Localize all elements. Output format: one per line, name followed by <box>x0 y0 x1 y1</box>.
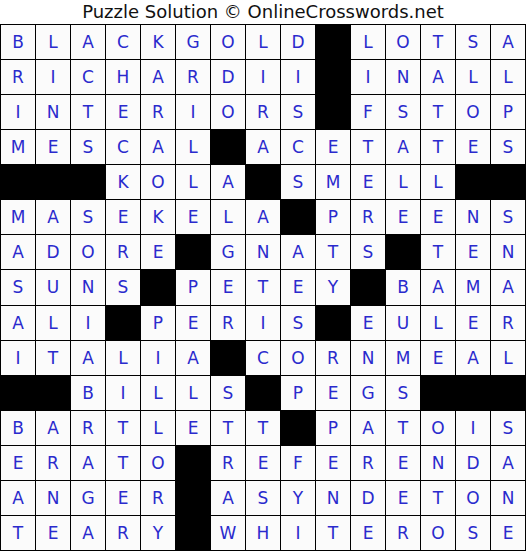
black-cell <box>386 235 420 269</box>
letter-cell: G <box>176 25 210 59</box>
letter-cell: L <box>106 341 140 375</box>
letter-cell: A <box>456 341 490 375</box>
letter-cell: D <box>456 446 490 480</box>
letter-cell: C <box>106 130 140 164</box>
letter-cell: L <box>36 306 70 340</box>
letter-cell: K <box>141 200 175 234</box>
letter-cell: T <box>316 235 350 269</box>
letter-cell: A <box>1 306 35 340</box>
letter-cell: W <box>211 516 245 550</box>
black-cell <box>316 306 350 340</box>
letter-cell: R <box>211 446 245 480</box>
black-cell <box>211 341 245 375</box>
letter-cell: G <box>211 235 245 269</box>
letter-cell: S <box>386 95 420 129</box>
letter-cell: B <box>71 376 105 410</box>
crossword-grid: BLACKGOLDLOTSARICHARDIIINALLINTERIORSFST… <box>0 24 526 551</box>
letter-cell: L <box>246 25 280 59</box>
letter-cell: F <box>351 95 385 129</box>
letter-cell: A <box>491 270 525 304</box>
letter-cell: R <box>106 235 140 269</box>
letter-cell: E <box>176 411 210 445</box>
letter-cell: A <box>141 130 175 164</box>
letter-cell: T <box>351 130 385 164</box>
letter-cell: S <box>211 376 245 410</box>
letter-cell: I <box>246 60 280 94</box>
letter-cell: A <box>1 481 35 515</box>
letter-cell: I <box>141 341 175 375</box>
letter-cell: I <box>36 60 70 94</box>
letter-cell: E <box>386 481 420 515</box>
letter-cell: L <box>176 165 210 199</box>
letter-cell: S <box>491 411 525 445</box>
black-cell <box>281 411 315 445</box>
black-cell <box>491 376 525 410</box>
letter-cell: T <box>386 411 420 445</box>
letter-cell: A <box>36 411 70 445</box>
letter-cell: E <box>106 200 140 234</box>
letter-cell: O <box>456 481 490 515</box>
letter-cell: R <box>71 411 105 445</box>
letter-cell: O <box>71 235 105 269</box>
black-cell <box>141 270 175 304</box>
letter-cell: M <box>386 341 420 375</box>
letter-cell: C <box>106 25 140 59</box>
letter-cell: P <box>491 95 525 129</box>
black-cell <box>176 235 210 269</box>
letter-cell: E <box>176 306 210 340</box>
letter-cell: P <box>176 270 210 304</box>
letter-cell: L <box>386 165 420 199</box>
black-cell <box>316 95 350 129</box>
letter-cell: N <box>491 481 525 515</box>
letter-cell: O <box>386 25 420 59</box>
letter-cell: H <box>246 516 280 550</box>
letter-cell: K <box>106 165 140 199</box>
letter-cell: A <box>71 25 105 59</box>
letter-cell: R <box>36 446 70 480</box>
black-cell <box>1 376 35 410</box>
letter-cell: N <box>386 60 420 94</box>
black-cell <box>246 376 280 410</box>
letter-cell: D <box>36 235 70 269</box>
letter-cell: A <box>141 60 175 94</box>
letter-cell: R <box>176 60 210 94</box>
letter-cell: A <box>281 235 315 269</box>
letter-cell: M <box>1 130 35 164</box>
black-cell <box>351 270 385 304</box>
letter-cell: A <box>36 200 70 234</box>
letter-cell: O <box>456 95 490 129</box>
letter-cell: E <box>351 516 385 550</box>
letter-cell: H <box>106 60 140 94</box>
letter-cell: P <box>316 200 350 234</box>
letter-cell: E <box>421 341 455 375</box>
letter-cell: D <box>211 60 245 94</box>
letter-cell: R <box>211 306 245 340</box>
letter-cell: S <box>491 130 525 164</box>
letter-cell: O <box>211 25 245 59</box>
black-cell <box>71 165 105 199</box>
letter-cell: I <box>351 60 385 94</box>
letter-cell: E <box>1 446 35 480</box>
letter-cell: O <box>281 341 315 375</box>
letter-cell: T <box>106 446 140 480</box>
letter-cell: I <box>106 376 140 410</box>
letter-cell: A <box>1 235 35 269</box>
letter-cell: O <box>141 165 175 199</box>
letter-cell: E <box>421 200 455 234</box>
letter-cell: Y <box>281 481 315 515</box>
letter-cell: R <box>386 516 420 550</box>
letter-cell: R <box>106 516 140 550</box>
letter-cell: I <box>1 341 35 375</box>
letter-cell: O <box>421 411 455 445</box>
letter-cell: E <box>386 200 420 234</box>
letter-cell: S <box>281 95 315 129</box>
letter-cell: R <box>351 200 385 234</box>
black-cell <box>176 516 210 550</box>
letter-cell: G <box>71 481 105 515</box>
letter-cell: A <box>421 270 455 304</box>
letter-cell: L <box>421 306 455 340</box>
letter-cell: A <box>71 516 105 550</box>
letter-cell: E <box>176 200 210 234</box>
letter-cell: S <box>281 165 315 199</box>
letter-cell: D <box>351 481 385 515</box>
letter-cell: E <box>106 95 140 129</box>
letter-cell: R <box>316 341 350 375</box>
letter-cell: A <box>176 341 210 375</box>
letter-cell: B <box>1 25 35 59</box>
black-cell <box>456 165 490 199</box>
letter-cell: N <box>456 200 490 234</box>
letter-cell: L <box>351 25 385 59</box>
letter-cell: A <box>246 200 280 234</box>
letter-cell: E <box>316 376 350 410</box>
letter-cell: N <box>36 481 70 515</box>
letter-cell: O <box>141 446 175 480</box>
letter-cell: T <box>421 130 455 164</box>
letter-cell: M <box>316 165 350 199</box>
letter-cell: U <box>36 270 70 304</box>
black-cell <box>211 130 245 164</box>
letter-cell: T <box>421 25 455 59</box>
black-cell <box>281 200 315 234</box>
letter-cell: E <box>211 270 245 304</box>
letter-cell: S <box>246 481 280 515</box>
letter-cell: M <box>456 270 490 304</box>
letter-cell: S <box>386 376 420 410</box>
letter-cell: R <box>141 95 175 129</box>
letter-cell: A <box>491 25 525 59</box>
letter-cell: E <box>456 306 490 340</box>
letter-cell: T <box>106 411 140 445</box>
letter-cell: A <box>211 165 245 199</box>
letter-cell: L <box>176 130 210 164</box>
letter-cell: I <box>456 411 490 445</box>
letter-cell: E <box>386 446 420 480</box>
letter-cell: E <box>351 165 385 199</box>
letter-cell: I <box>281 516 315 550</box>
letter-cell: N <box>351 341 385 375</box>
letter-cell: F <box>281 446 315 480</box>
black-cell <box>176 446 210 480</box>
letter-cell: S <box>106 270 140 304</box>
letter-cell: A <box>386 130 420 164</box>
letter-cell: S <box>71 130 105 164</box>
page-title: Puzzle Solution © OnlineCrosswords.net <box>0 0 526 24</box>
black-cell <box>176 481 210 515</box>
letter-cell: S <box>351 235 385 269</box>
letter-cell: S <box>491 200 525 234</box>
letter-cell: T <box>36 341 70 375</box>
letter-cell: L <box>456 60 490 94</box>
letter-cell: U <box>386 306 420 340</box>
letter-cell: S <box>1 270 35 304</box>
letter-cell: A <box>71 446 105 480</box>
letter-cell: T <box>71 95 105 129</box>
letter-cell: R <box>141 481 175 515</box>
letter-cell: T <box>421 235 455 269</box>
letter-cell: A <box>351 411 385 445</box>
black-cell <box>246 165 280 199</box>
letter-cell: S <box>456 25 490 59</box>
black-cell <box>1 165 35 199</box>
letter-cell: C <box>246 341 280 375</box>
letter-cell: B <box>1 411 35 445</box>
letter-cell: L <box>421 165 455 199</box>
letter-cell: R <box>1 60 35 94</box>
letter-cell: S <box>281 306 315 340</box>
black-cell <box>36 165 70 199</box>
letter-cell: P <box>316 411 350 445</box>
letter-cell: A <box>211 481 245 515</box>
letter-cell: E <box>316 130 350 164</box>
letter-cell: C <box>281 130 315 164</box>
letter-cell: K <box>141 25 175 59</box>
black-cell <box>421 376 455 410</box>
letter-cell: E <box>351 306 385 340</box>
letter-cell: B <box>386 270 420 304</box>
letter-cell: M <box>1 200 35 234</box>
letter-cell: S <box>71 200 105 234</box>
letter-cell: R <box>491 306 525 340</box>
letter-cell: A <box>421 60 455 94</box>
letter-cell: L <box>176 376 210 410</box>
letter-cell: I <box>176 95 210 129</box>
letter-cell: I <box>246 306 280 340</box>
letter-cell: N <box>71 270 105 304</box>
letter-cell: T <box>316 516 350 550</box>
letter-cell: A <box>71 341 105 375</box>
letter-cell: Y <box>316 270 350 304</box>
letter-cell: N <box>36 95 70 129</box>
black-cell <box>106 306 140 340</box>
letter-cell: E <box>456 130 490 164</box>
black-cell <box>316 25 350 59</box>
letter-cell: N <box>491 235 525 269</box>
letter-cell: I <box>1 95 35 129</box>
letter-cell: T <box>421 481 455 515</box>
letter-cell: L <box>491 60 525 94</box>
letter-cell: P <box>281 376 315 410</box>
letter-cell: E <box>456 235 490 269</box>
letter-cell: T <box>246 411 280 445</box>
letter-cell: E <box>36 130 70 164</box>
letter-cell: R <box>246 95 280 129</box>
letter-cell: O <box>421 516 455 550</box>
letter-cell: G <box>351 376 385 410</box>
black-cell <box>36 376 70 410</box>
black-cell <box>491 165 525 199</box>
letter-cell: O <box>211 95 245 129</box>
letter-cell: A <box>491 446 525 480</box>
letter-cell: E <box>316 446 350 480</box>
letter-cell: S <box>456 516 490 550</box>
letter-cell: I <box>71 306 105 340</box>
letter-cell: T <box>421 95 455 129</box>
letter-cell: Y <box>141 516 175 550</box>
letter-cell: E <box>141 235 175 269</box>
letter-cell: N <box>421 446 455 480</box>
letter-cell: L <box>36 25 70 59</box>
letter-cell: E <box>281 270 315 304</box>
letter-cell: P <box>141 306 175 340</box>
letter-cell: I <box>281 60 315 94</box>
letter-cell: R <box>351 446 385 480</box>
black-cell <box>316 60 350 94</box>
letter-cell: L <box>491 341 525 375</box>
letter-cell: L <box>141 411 175 445</box>
letter-cell: E <box>36 516 70 550</box>
letter-cell: N <box>316 481 350 515</box>
puzzle-solution-page: Puzzle Solution © OnlineCrosswords.net B… <box>0 0 526 551</box>
letter-cell: E <box>246 446 280 480</box>
letter-cell: E <box>491 516 525 550</box>
letter-cell: E <box>106 481 140 515</box>
black-cell <box>456 376 490 410</box>
letter-cell: L <box>141 376 175 410</box>
letter-cell: A <box>246 130 280 164</box>
letter-cell: L <box>211 200 245 234</box>
letter-cell: D <box>281 25 315 59</box>
letter-cell: T <box>246 270 280 304</box>
letter-cell: T <box>1 516 35 550</box>
letter-cell: N <box>246 235 280 269</box>
letter-cell: T <box>211 411 245 445</box>
letter-cell: C <box>71 60 105 94</box>
